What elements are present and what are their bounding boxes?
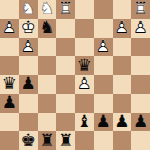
square-g7[interactable]: ♟♙ <box>113 19 132 38</box>
square-h1[interactable] <box>131 131 150 150</box>
square-c1[interactable]: ♜ <box>38 131 57 150</box>
square-c2[interactable] <box>38 113 57 132</box>
square-e4[interactable]: ♟♙ <box>75 75 94 94</box>
square-e5[interactable]: ♛ <box>75 56 94 75</box>
chess-board: ♞♘♞♘♜♖♜♖♟♙♚♔♞♟♙♟♙♟♙♟♙♛♛♟♟♙♟♝♟♟♟♚♜♜ <box>0 0 150 150</box>
square-f2[interactable]: ♟ <box>94 113 113 132</box>
square-g2[interactable]: ♟ <box>113 113 132 132</box>
white-knight-fill: ♞ <box>21 0 36 17</box>
square-h6[interactable] <box>131 38 150 57</box>
black-king: ♚ <box>21 131 36 148</box>
square-b8[interactable]: ♞♘ <box>19 0 38 19</box>
white-pawn: ♙ <box>2 19 17 36</box>
black-rook: ♜ <box>58 131 73 148</box>
square-g8[interactable] <box>113 0 132 19</box>
square-a2[interactable] <box>0 113 19 132</box>
square-h3[interactable] <box>131 94 150 113</box>
white-pawn-fill: ♟ <box>21 38 36 55</box>
black-pawn: ♟ <box>2 94 17 111</box>
square-b2[interactable] <box>19 113 38 132</box>
white-rook: ♖ <box>133 0 148 17</box>
square-h7[interactable]: ♟♙ <box>131 19 150 38</box>
white-pawn-fill: ♟ <box>2 19 17 36</box>
square-c7[interactable]: ♞ <box>38 19 57 38</box>
square-c4[interactable] <box>38 75 57 94</box>
white-rook-fill: ♜ <box>133 0 148 17</box>
white-rook-fill: ♜ <box>58 0 73 17</box>
black-rook: ♜ <box>39 131 54 148</box>
white-king-fill: ♚ <box>21 19 36 36</box>
square-d1[interactable]: ♜ <box>56 131 75 150</box>
white-rook: ♖ <box>58 0 73 17</box>
square-h5[interactable] <box>131 56 150 75</box>
square-c3[interactable] <box>38 94 57 113</box>
square-a7[interactable]: ♟♙ <box>0 19 19 38</box>
white-king: ♔ <box>21 19 36 36</box>
black-knight: ♞ <box>39 19 54 36</box>
white-pawn-fill: ♟ <box>114 19 129 36</box>
square-f8[interactable] <box>94 0 113 19</box>
square-g6[interactable] <box>113 38 132 57</box>
square-b3[interactable] <box>19 94 38 113</box>
square-h8[interactable]: ♜♖ <box>131 0 150 19</box>
square-e8[interactable] <box>75 0 94 19</box>
square-d3[interactable] <box>56 94 75 113</box>
white-pawn: ♙ <box>114 19 129 36</box>
square-g1[interactable] <box>113 131 132 150</box>
square-a4[interactable]: ♛ <box>0 75 19 94</box>
square-e1[interactable] <box>75 131 94 150</box>
square-c5[interactable] <box>38 56 57 75</box>
black-queen: ♛ <box>2 75 17 92</box>
square-e7[interactable] <box>75 19 94 38</box>
square-d8[interactable]: ♜♖ <box>56 0 75 19</box>
black-bishop: ♝ <box>77 113 92 130</box>
white-knight: ♘ <box>39 0 54 17</box>
square-a8[interactable] <box>0 0 19 19</box>
square-b5[interactable] <box>19 56 38 75</box>
square-f4[interactable] <box>94 75 113 94</box>
square-d4[interactable] <box>56 75 75 94</box>
square-f1[interactable] <box>94 131 113 150</box>
square-a1[interactable] <box>0 131 19 150</box>
square-f3[interactable] <box>94 94 113 113</box>
square-b6[interactable]: ♟♙ <box>19 38 38 57</box>
square-a3[interactable]: ♟ <box>0 94 19 113</box>
square-h4[interactable] <box>131 75 150 94</box>
square-a6[interactable] <box>0 38 19 57</box>
square-c8[interactable]: ♞♘ <box>38 0 57 19</box>
square-d6[interactable] <box>56 38 75 57</box>
square-d7[interactable] <box>56 19 75 38</box>
white-pawn: ♙ <box>96 38 111 55</box>
square-e3[interactable] <box>75 94 94 113</box>
black-queen: ♛ <box>77 56 92 73</box>
square-f7[interactable] <box>94 19 113 38</box>
square-b1[interactable]: ♚ <box>19 131 38 150</box>
white-knight: ♘ <box>21 0 36 17</box>
square-h2[interactable]: ♟ <box>131 113 150 132</box>
white-pawn: ♙ <box>77 75 92 92</box>
white-pawn-fill: ♟ <box>77 75 92 92</box>
square-e2[interactable]: ♝ <box>75 113 94 132</box>
square-g3[interactable] <box>113 94 132 113</box>
white-knight-fill: ♞ <box>39 0 54 17</box>
black-pawn: ♟ <box>21 75 36 92</box>
black-pawn: ♟ <box>114 113 129 130</box>
black-pawn: ♟ <box>133 113 148 130</box>
square-d2[interactable] <box>56 113 75 132</box>
black-pawn: ♟ <box>96 113 111 130</box>
white-pawn-fill: ♟ <box>96 38 111 55</box>
square-f5[interactable] <box>94 56 113 75</box>
white-pawn-fill: ♟ <box>133 19 148 36</box>
square-f6[interactable]: ♟♙ <box>94 38 113 57</box>
square-b4[interactable]: ♟ <box>19 75 38 94</box>
square-c6[interactable] <box>38 38 57 57</box>
white-pawn: ♙ <box>133 19 148 36</box>
white-pawn: ♙ <box>21 38 36 55</box>
square-g4[interactable] <box>113 75 132 94</box>
square-g5[interactable] <box>113 56 132 75</box>
square-b7[interactable]: ♚♔ <box>19 19 38 38</box>
square-e6[interactable] <box>75 38 94 57</box>
square-a5[interactable] <box>0 56 19 75</box>
square-d5[interactable] <box>56 56 75 75</box>
